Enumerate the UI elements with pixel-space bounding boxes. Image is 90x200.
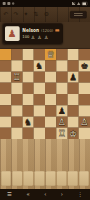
- square-c2[interactable]: ♞: [22, 116, 33, 127]
- square-b8[interactable]: [11, 49, 22, 60]
- avatar: ♟: [5, 26, 20, 41]
- square-g8[interactable]: [67, 49, 78, 60]
- hint-icon[interactable]: ✦: [23, 12, 28, 18]
- square-b5[interactable]: [11, 83, 22, 94]
- square-b7[interactable]: [11, 60, 22, 71]
- captured-piece-tray: [1, 171, 89, 186]
- square-a3[interactable]: [0, 105, 11, 116]
- tray-slot: [12, 171, 22, 186]
- piece-white-rook[interactable]: ♖: [58, 129, 66, 138]
- more-icon[interactable]: ⋮: [77, 192, 82, 197]
- avatar-pawn-icon: ♟: [8, 29, 17, 39]
- notification-icon: [7, 2, 10, 5]
- square-d8[interactable]: [34, 49, 45, 60]
- square-b1[interactable]: [11, 128, 22, 139]
- square-d7[interactable]: ♞: [34, 60, 45, 71]
- square-e2[interactable]: [45, 116, 56, 127]
- square-a4[interactable]: [0, 94, 11, 105]
- opponent-rating: (1200): [41, 28, 53, 32]
- notification-icon: [3, 2, 6, 5]
- menu-icon[interactable]: ☰: [7, 192, 12, 197]
- tray-slot: [34, 171, 44, 186]
- square-a8[interactable]: [0, 49, 11, 60]
- battery-icon: [82, 2, 87, 5]
- opponent-info: Nelson (1200) 100 ♙ ♙ ♙: [22, 28, 59, 39]
- square-f3[interactable]: ♟: [56, 105, 67, 116]
- chess-board: ♕♞♚♖♟♟♞♙♙♖♔: [0, 49, 90, 139]
- menu-button[interactable]: [70, 11, 87, 18]
- square-b4[interactable]: [11, 94, 22, 105]
- square-e8[interactable]: ♕: [45, 49, 56, 60]
- square-f7[interactable]: [56, 60, 67, 71]
- square-c8[interactable]: [22, 49, 33, 60]
- square-d2[interactable]: [34, 116, 45, 127]
- undo-icon[interactable]: ↶: [3, 12, 8, 18]
- square-a1[interactable]: [0, 128, 11, 139]
- opponent-card: ♟ Nelson (1200) 100 ♙ ♙ ♙: [3, 23, 63, 44]
- tray-slot: [1, 171, 11, 186]
- opponent-name: Nelson: [22, 28, 39, 33]
- piece-black-knight[interactable]: ♞: [24, 118, 32, 127]
- square-c6[interactable]: [22, 71, 33, 82]
- square-b6[interactable]: ♖: [11, 71, 22, 82]
- tray-slot: [68, 171, 78, 186]
- bottom-nav-bar: ☰«‹›⋮: [0, 189, 90, 200]
- square-f4[interactable]: [56, 94, 67, 105]
- square-d5[interactable]: [34, 83, 45, 94]
- piece-white-king[interactable]: ♔: [69, 129, 77, 138]
- square-f5[interactable]: [56, 83, 67, 94]
- flag-icon: [55, 29, 59, 32]
- next-move-icon[interactable]: ›: [61, 192, 63, 197]
- tray-slot: [23, 171, 33, 186]
- piece-white-pawn[interactable]: ♙: [80, 118, 88, 127]
- square-g3[interactable]: [67, 105, 78, 116]
- square-f1[interactable]: ♖: [56, 128, 67, 139]
- tray-slot: [79, 171, 89, 186]
- piece-white-rook[interactable]: ♖: [13, 73, 21, 82]
- piece-black-knight[interactable]: ♞: [35, 61, 43, 70]
- signal-icon: [72, 2, 75, 5]
- square-e4[interactable]: [45, 94, 56, 105]
- square-c1[interactable]: [22, 128, 33, 139]
- first-move-icon[interactable]: «: [26, 192, 29, 197]
- square-e1[interactable]: [45, 128, 56, 139]
- captured-pieces: ♙ ♙ ♙: [31, 35, 49, 39]
- tray-slot: [45, 171, 55, 186]
- square-d3[interactable]: [34, 105, 45, 116]
- square-e3[interactable]: [45, 105, 56, 116]
- square-g4[interactable]: [67, 94, 78, 105]
- status-bar: [0, 0, 90, 7]
- piece-white-pawn[interactable]: ♙: [58, 118, 66, 127]
- square-c3[interactable]: [22, 105, 33, 116]
- system-status-icons: [72, 2, 87, 5]
- square-h2[interactable]: ♙: [79, 116, 90, 127]
- redo-icon[interactable]: ↷: [13, 12, 18, 18]
- piece-black-king[interactable]: ♚: [80, 61, 88, 70]
- square-e6[interactable]: [45, 71, 56, 82]
- toolbar: ↶↷✦⇅⚙: [0, 7, 90, 22]
- square-h4[interactable]: [79, 94, 90, 105]
- chess-app-screen: ↶↷✦⇅⚙ ♟ Nelson (1200) 100 ♙ ♙ ♙ ♕♞♚♖♟♟♞♙…: [0, 0, 90, 200]
- square-b2[interactable]: [11, 116, 22, 127]
- square-b3[interactable]: [11, 105, 22, 116]
- square-g7[interactable]: [67, 60, 78, 71]
- square-e7[interactable]: [45, 60, 56, 71]
- piece-black-pawn[interactable]: ♟: [69, 73, 77, 82]
- square-g1[interactable]: ♔: [67, 128, 78, 139]
- wifi-icon: [77, 2, 80, 5]
- square-h8[interactable]: [79, 49, 90, 60]
- square-h1[interactable]: [79, 128, 90, 139]
- square-f6[interactable]: [56, 71, 67, 82]
- piece-black-pawn[interactable]: ♟: [58, 106, 66, 115]
- square-c5[interactable]: [22, 83, 33, 94]
- piece-white-queen[interactable]: ♕: [47, 50, 55, 59]
- square-d4[interactable]: [34, 94, 45, 105]
- square-e5[interactable]: [45, 83, 56, 94]
- coin-count: 100: [22, 35, 29, 39]
- square-g6[interactable]: ♟: [67, 71, 78, 82]
- square-a2[interactable]: [0, 116, 11, 127]
- square-d1[interactable]: [34, 128, 45, 139]
- settings-icon[interactable]: ⚙: [44, 12, 49, 18]
- square-a6[interactable]: [0, 71, 11, 82]
- square-a7[interactable]: [0, 60, 11, 71]
- square-h3[interactable]: [79, 105, 90, 116]
- tray-slot: [57, 171, 67, 186]
- square-g5[interactable]: [67, 83, 78, 94]
- notification-icons: [3, 2, 15, 5]
- square-g2[interactable]: [67, 116, 78, 127]
- notification-icon: [12, 2, 14, 4]
- prev-move-icon[interactable]: ‹: [44, 192, 46, 197]
- square-f2[interactable]: ♙: [56, 116, 67, 127]
- square-d6[interactable]: [34, 71, 45, 82]
- square-a5[interactable]: [0, 83, 11, 94]
- square-h7[interactable]: ♚: [79, 60, 90, 71]
- square-h6[interactable]: [79, 71, 90, 82]
- square-c7[interactable]: [22, 60, 33, 71]
- square-h5[interactable]: [79, 83, 90, 94]
- square-c4[interactable]: [22, 94, 33, 105]
- square-f8[interactable]: [56, 49, 67, 60]
- flip-board-icon[interactable]: ⇅: [34, 12, 39, 18]
